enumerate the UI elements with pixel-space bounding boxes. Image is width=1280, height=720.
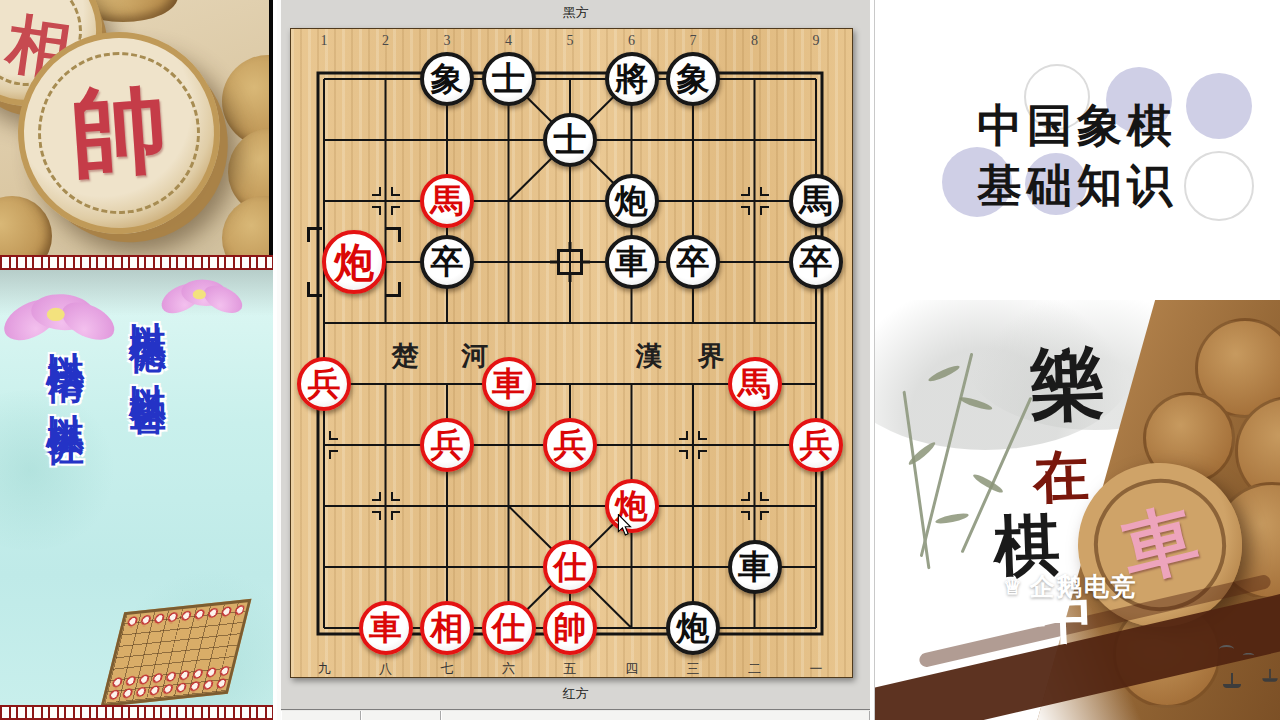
toolbar-cell [281,711,361,720]
point-marker [372,187,400,215]
piece-black-象-7x0[interactable]: 象 [666,52,720,106]
piece-black-卒-7x3[interactable]: 卒 [666,235,720,289]
piece-red-炮-1x3[interactable]: 炮 [322,230,386,294]
screen: 相 帥 以棋促德 以棋益智 以棋冶情 以棋养性 黑方 [0,0,1280,720]
mouse-cursor [617,514,633,536]
piece-red-兵-1x5[interactable]: 兵 [297,357,351,411]
piece-red-兵-9x6[interactable]: 兵 [789,418,843,472]
piece-red-仕-5x8[interactable]: 仕 [543,540,597,594]
piece-black-馬-9x2[interactable]: 馬 [789,174,843,228]
file-number-top-7: 7 [690,33,697,49]
piece-black-象-3x0[interactable]: 象 [420,52,474,106]
file-number-bottom-5: 五 [564,660,577,678]
watermark: ♕ 企鹅电竞 [1003,570,1138,603]
piece-red-相-3x9[interactable]: 相 [420,601,474,655]
slogan-left-column: 以棋冶情 以棋养性 [40,322,90,705]
xiangqi-board[interactable]: 123456789 九八七六五四三二一 楚河漢界 象士將象士馬炮馬炮卒車卒卒兵車… [290,28,853,678]
red-meander-border [0,255,273,270]
toolbar-cell [441,711,870,720]
bamboo-leaf [935,512,970,526]
piece-black-卒-9x3[interactable]: 卒 [789,235,843,289]
piece-red-仕-4x9[interactable]: 仕 [482,601,536,655]
point-marker [679,431,707,459]
piece-black-將-6x0[interactable]: 將 [605,52,659,106]
red-side-label: 红方 [281,685,870,703]
move-origin-marker [557,249,583,275]
piece-red-馬-8x5[interactable]: 馬 [728,357,782,411]
wood-piece-stack [222,196,269,256]
point-marker [310,431,338,459]
file-number-bottom-3: 七 [441,660,454,678]
wood-piece-stack [0,196,52,256]
board-panel: 黑方 123456789 九八七六五四三二一 楚河漢界 象士將象士馬炮馬炮卒車卒… [277,0,870,720]
piece-black-炮-6x2[interactable]: 炮 [605,174,659,228]
piece-red-帥-5x9[interactable]: 帥 [543,601,597,655]
file-number-top-9: 9 [813,33,820,49]
watermark-text: 企鹅电竞 [1030,570,1138,603]
toolbar-cell [361,711,441,720]
title-line-2: 基础知识 [937,156,1217,216]
piece-red-馬-3x2[interactable]: 馬 [420,174,474,228]
boat-icon [1262,678,1277,681]
slogan-poster: 以棋促德 以棋益智 以棋冶情 以棋养性 [0,270,273,705]
river-char: 河 [462,338,489,374]
shuai-character: 帥 [67,65,172,201]
point-marker [741,492,769,520]
point-marker [372,492,400,520]
piece-black-卒-3x3[interactable]: 卒 [420,235,474,289]
artwork-collage: 車 樂在棋中 ♕ 企鹅电竞 [875,300,1280,720]
left-decor-panel: 相 帥 以棋促德 以棋益智 以棋冶情 以棋养性 [0,0,273,720]
river-char: 楚 [392,338,419,374]
piece-red-兵-3x6[interactable]: 兵 [420,418,474,472]
file-number-top-4: 4 [505,33,512,49]
penguin-esports-logo-icon: ♕ [1003,575,1024,599]
piece-black-車-6x3[interactable]: 車 [605,235,659,289]
black-side-label: 黑方 [281,4,870,22]
bird-icon [1243,653,1255,659]
boat-icon [1223,684,1241,688]
bottom-toolbar-strip [281,709,870,720]
piece-red-車-2x9[interactable]: 車 [359,601,413,655]
page-title: 中国象棋 基础知识 [937,96,1217,216]
photo-chess-pieces: 相 帥 [0,0,269,256]
river-char: 漢 [636,338,663,374]
file-number-top-2: 2 [382,33,389,49]
red-meander-border [0,705,273,720]
right-title-panel: 中国象棋 基础知识 車 樂在棋中 [874,0,1280,720]
file-number-bottom-8: 二 [748,660,761,678]
title-line-1: 中国象棋 [937,96,1217,156]
calligraphy-char: 在 [1032,439,1091,517]
piece-black-車-8x8[interactable]: 車 [728,540,782,594]
point-marker [741,187,769,215]
piece-red-兵-5x6[interactable]: 兵 [543,418,597,472]
piece-black-士-5x1[interactable]: 士 [543,113,597,167]
file-number-top-5: 5 [567,33,574,49]
piece-black-士-4x0[interactable]: 士 [482,52,536,106]
file-number-top-3: 3 [444,33,451,49]
river-char: 界 [698,338,725,374]
piece-red-車-4x5[interactable]: 車 [482,357,536,411]
file-number-top-6: 6 [628,33,635,49]
file-number-bottom-2: 八 [379,660,392,678]
file-number-bottom-4: 六 [502,660,515,678]
file-number-bottom-6: 四 [625,660,638,678]
mini-xiangqi-board [101,599,252,705]
file-number-top-8: 8 [751,33,758,49]
file-number-bottom-7: 三 [687,660,700,678]
file-number-top-1: 1 [321,33,328,49]
file-number-bottom-9: 一 [810,660,823,678]
file-number-bottom-1: 九 [318,660,331,678]
piece-black-炮-7x9[interactable]: 炮 [666,601,720,655]
bird-icon [1219,645,1234,653]
